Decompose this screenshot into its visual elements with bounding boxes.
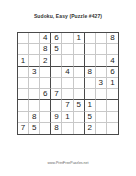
cell-r5c9: 1: [107, 78, 118, 89]
cell-r4c6: [74, 67, 85, 78]
cell-r3c7: [85, 55, 96, 66]
cell-r5c1: [18, 78, 29, 89]
cell-r3c3: 2: [40, 55, 51, 66]
cell-r6c6: [74, 89, 85, 100]
cell-r7c9: [107, 100, 118, 111]
cell-r9c7: 2: [85, 123, 96, 134]
cell-r8c3: [40, 112, 51, 123]
cell-r4c9: 6: [107, 67, 118, 78]
cell-r6c1: [18, 89, 29, 100]
cell-r9c2: 5: [29, 123, 40, 134]
cell-r6c8: [96, 89, 107, 100]
cell-r6c9: [107, 89, 118, 100]
cell-r1c6: 1: [74, 33, 85, 44]
cell-r7c2: [29, 100, 40, 111]
cell-r1c2: [29, 33, 40, 44]
cell-r9c5: [62, 123, 73, 134]
cell-r8c9: [107, 112, 118, 123]
cell-r9c9: [107, 123, 118, 134]
cell-r3c2: [29, 55, 40, 66]
cell-r2c8: [96, 44, 107, 55]
cell-r7c8: [96, 100, 107, 111]
cell-r4c2: 3: [29, 67, 40, 78]
cell-r2c9: [107, 44, 118, 55]
cell-r7c7: 1: [85, 100, 96, 111]
cell-r9c1: 7: [18, 123, 29, 134]
cell-r2c4: 5: [51, 44, 62, 55]
cell-r4c5: 4: [62, 67, 73, 78]
cell-r5c6: [74, 78, 85, 89]
cell-r2c2: [29, 44, 40, 55]
cell-r2c3: 8: [40, 44, 51, 55]
cell-r1c5: [62, 33, 73, 44]
cell-r9c8: [96, 123, 107, 134]
cell-r7c5: 7: [62, 100, 73, 111]
cell-r5c3: [40, 78, 51, 89]
cell-r4c1: [18, 67, 29, 78]
cell-r7c3: [40, 100, 51, 111]
cell-r8c2: 8: [29, 112, 40, 123]
cell-r8c6: [74, 112, 85, 123]
cell-r8c7: 5: [85, 112, 96, 123]
sudoku-sheet: Sudoku, Easy (Puzzle #427) 4618851243486…: [0, 0, 136, 176]
cell-r5c8: 3: [96, 78, 107, 89]
cell-r8c1: [18, 112, 29, 123]
cell-r9c3: [40, 123, 51, 134]
cell-r3c1: 1: [18, 55, 29, 66]
cell-r3c6: [74, 55, 85, 66]
cell-r2c5: [62, 44, 73, 55]
cell-r2c6: [74, 44, 85, 55]
cell-r5c5: [62, 78, 73, 89]
cell-r2c7: [85, 44, 96, 55]
cell-r6c3: 6: [40, 89, 51, 100]
cell-r1c3: 4: [40, 33, 51, 44]
footer-url: www.PrintFreePuzzles.net: [0, 161, 136, 165]
cell-r4c3: [40, 67, 51, 78]
cell-r8c8: [96, 112, 107, 123]
cell-r3c4: [51, 55, 62, 66]
cell-r3c5: [62, 55, 73, 66]
cell-r7c6: 5: [74, 100, 85, 111]
cell-r1c4: 6: [51, 33, 62, 44]
cell-r5c2: [29, 78, 40, 89]
cell-r6c5: [62, 89, 73, 100]
puzzle-title: Sudoku, Easy (Puzzle #427): [0, 13, 136, 19]
cell-r1c1: [18, 33, 29, 44]
cell-r6c2: [29, 89, 40, 100]
cell-r1c9: 8: [107, 33, 118, 44]
cell-r9c6: [74, 123, 85, 134]
cell-r6c4: 7: [51, 89, 62, 100]
cell-r7c4: [51, 100, 62, 111]
cell-r4c8: [96, 67, 107, 78]
cell-r4c7: 8: [85, 67, 96, 78]
cell-r5c4: [51, 78, 62, 89]
cell-r3c8: [96, 55, 107, 66]
cell-r8c4: 9: [51, 112, 62, 123]
cell-r4c4: [51, 67, 62, 78]
cell-r1c7: [85, 33, 96, 44]
cell-r8c5: 1: [62, 112, 73, 123]
cell-r1c8: [96, 33, 107, 44]
cell-r6c7: [85, 89, 96, 100]
cell-r3c9: 4: [107, 55, 118, 66]
cell-r9c4: 8: [51, 123, 62, 134]
cell-r2c1: [18, 44, 29, 55]
cell-r7c1: [18, 100, 29, 111]
cell-r5c7: [85, 78, 96, 89]
sudoku-board: 4618851243486316775189157582: [17, 32, 119, 135]
